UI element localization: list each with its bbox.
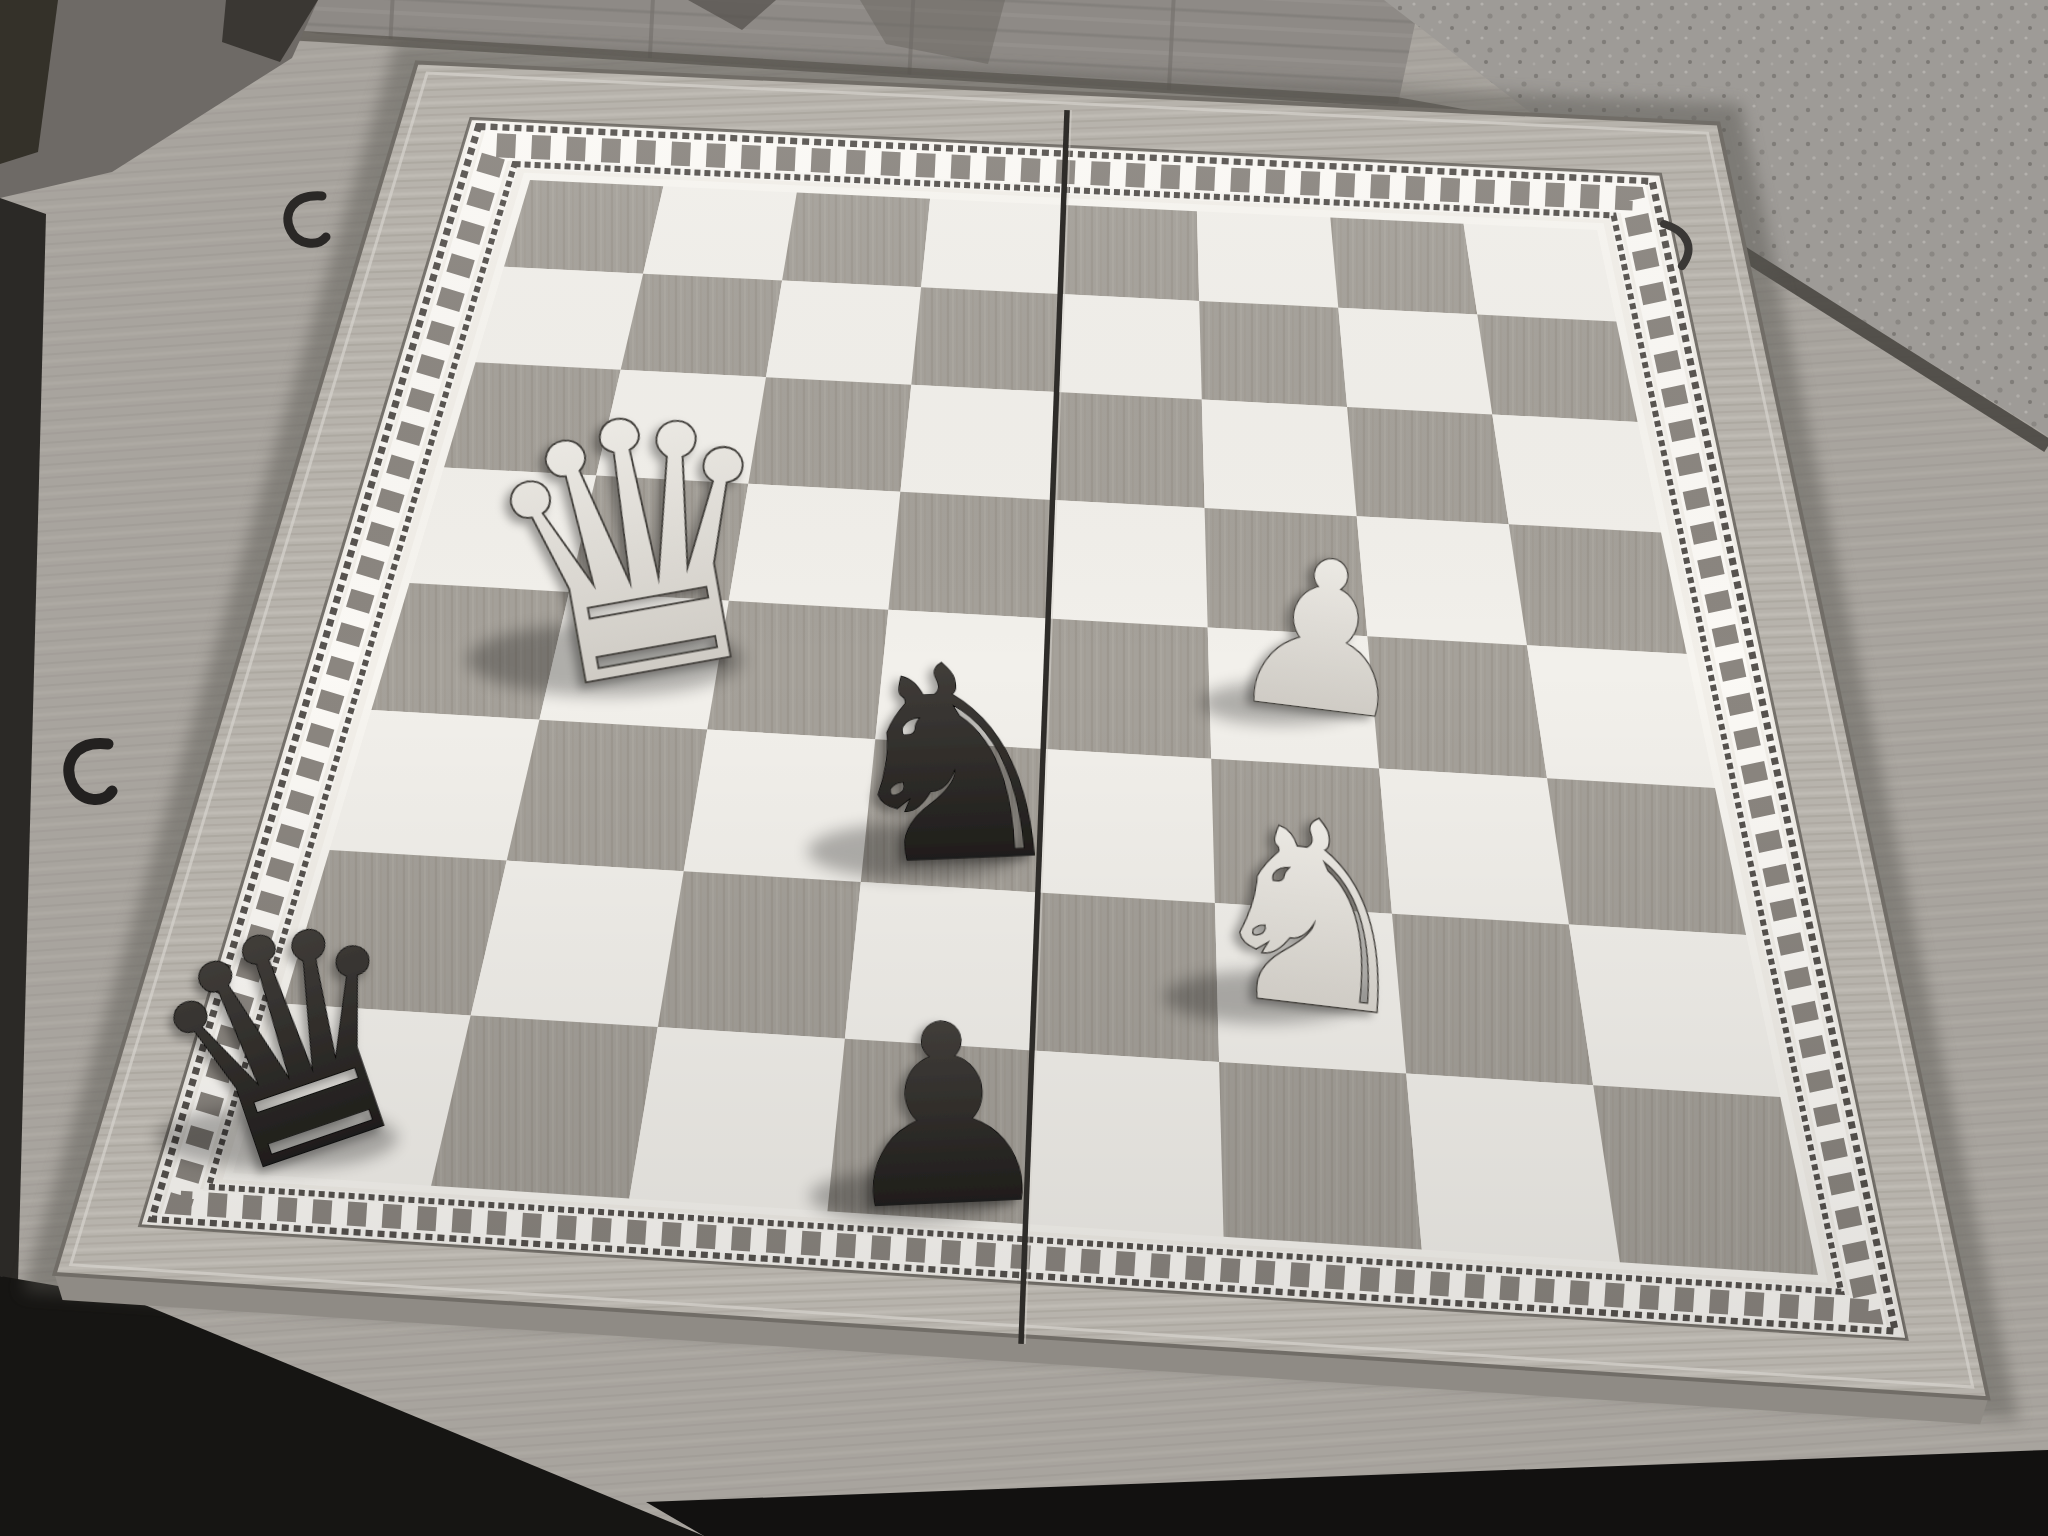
- chessboard-photo-scene: ♛♟♞♞♛♟: [0, 0, 2048, 1536]
- piece-black-knight[interactable]: ♞: [828, 604, 1081, 925]
- piece-white-pawn[interactable]: ♟: [1218, 508, 1430, 767]
- piece-black-pawn[interactable]: ♟: [827, 968, 1062, 1265]
- board-photo: ♛♟♞♞♛♟: [0, 0, 2048, 1536]
- piece-white-knight[interactable]: ♞: [1185, 757, 1444, 1075]
